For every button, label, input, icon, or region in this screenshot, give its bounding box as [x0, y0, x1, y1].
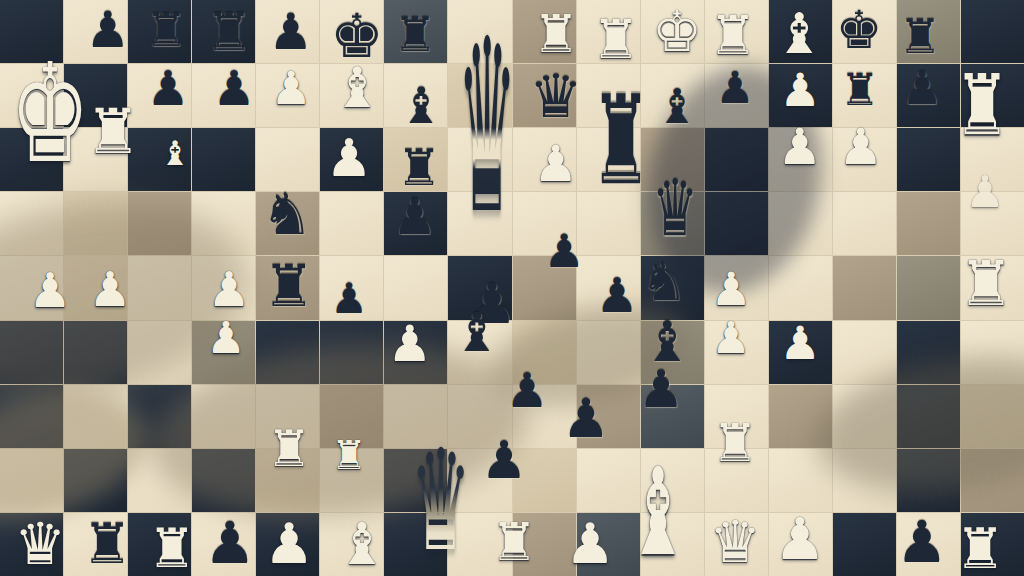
board-square[interactable] — [0, 321, 63, 384]
board-square[interactable] — [833, 385, 896, 448]
board-square[interactable] — [0, 449, 63, 512]
piece-white-bishop[interactable]: ♝ — [160, 136, 190, 170]
piece-white-queen[interactable]: ♛ — [709, 513, 761, 571]
piece-black-rook[interactable]: ♜ — [393, 10, 436, 58]
piece-white-rook[interactable]: ♜ — [592, 13, 640, 67]
board-square[interactable] — [833, 192, 896, 255]
piece-white-rook[interactable]: ♜ — [267, 424, 312, 474]
piece-white-pawn[interactable]: ♟ — [779, 67, 820, 113]
board-square[interactable] — [897, 256, 960, 319]
piece-large-black-rook[interactable]: ♜ — [591, 78, 652, 201]
board-square[interactable] — [128, 385, 191, 448]
piece-black-bishop[interactable]: ♝ — [655, 82, 698, 130]
piece-white-pawn[interactable]: ♟ — [264, 516, 314, 572]
piece-black-rook[interactable]: ♜ — [206, 6, 253, 58]
piece-black-queen[interactable]: ♛ — [529, 66, 583, 126]
piece-black-pawn[interactable]: ♟ — [481, 434, 528, 486]
board-square[interactable] — [192, 385, 255, 448]
piece-white-rook[interactable]: ♜ — [955, 521, 1005, 576]
board-square[interactable] — [833, 321, 896, 384]
board-square[interactable] — [577, 321, 640, 384]
board-square[interactable] — [897, 128, 960, 191]
piece-white-rook[interactable]: ♜ — [331, 435, 367, 475]
piece-black-queen[interactable]: ♛ — [652, 169, 698, 247]
board-square[interactable] — [192, 449, 255, 512]
piece-black-pawn[interactable]: ♟ — [638, 363, 685, 415]
board-square[interactable] — [833, 256, 896, 319]
piece-white-rook[interactable]: ♜ — [712, 417, 759, 469]
board-square[interactable] — [320, 321, 383, 384]
board-square[interactable] — [384, 256, 447, 319]
piece-white-pawn[interactable]: ♟ — [711, 316, 750, 360]
board-square[interactable] — [833, 449, 896, 512]
piece-white-queen[interactable]: ♛ — [14, 515, 66, 573]
piece-black-knight[interactable]: ♞ — [261, 185, 313, 243]
board-square[interactable] — [192, 128, 255, 191]
board-square[interactable] — [769, 385, 832, 448]
piece-white-rook[interactable]: ♜ — [85, 101, 141, 163]
piece-black-king[interactable]: ♚ — [836, 4, 883, 56]
piece-white-bishop[interactable]: ♝ — [332, 60, 382, 116]
board-square[interactable] — [128, 321, 191, 384]
piece-white-pawn[interactable]: ♟ — [774, 510, 826, 568]
piece-black-pawn[interactable]: ♟ — [715, 66, 754, 110]
piece-black-rook[interactable]: ♜ — [397, 143, 442, 193]
piece-white-rook[interactable]: ♜ — [148, 522, 196, 576]
board-square[interactable] — [128, 449, 191, 512]
board-square[interactable] — [961, 321, 1024, 384]
piece-black-pawn[interactable]: ♟ — [269, 7, 314, 57]
piece-black-rook[interactable]: ♜ — [898, 12, 941, 60]
board-square[interactable] — [256, 321, 319, 384]
board-square[interactable] — [961, 449, 1024, 512]
board-square[interactable] — [769, 256, 832, 319]
board-square[interactable] — [320, 192, 383, 255]
piece-white-pawn[interactable]: ♟ — [388, 319, 433, 369]
piece-black-pawn[interactable]: ♟ — [896, 513, 948, 571]
piece-white-bishop[interactable]: ♝ — [774, 6, 824, 62]
board-square[interactable] — [897, 385, 960, 448]
piece-black-pawn[interactable]: ♟ — [146, 64, 189, 112]
piece-white-pawn[interactable]: ♟ — [270, 65, 311, 111]
board-square[interactable] — [705, 192, 768, 255]
piece-white-pawn[interactable]: ♟ — [779, 320, 820, 366]
piece-white-pawn[interactable]: ♟ — [88, 265, 131, 313]
piece-white-pawn[interactable]: ♟ — [839, 122, 884, 172]
board-square[interactable] — [769, 449, 832, 512]
board-square[interactable] — [64, 321, 127, 384]
board-square[interactable] — [897, 192, 960, 255]
board-square[interactable] — [897, 321, 960, 384]
piece-large-white-king[interactable]: ♚ — [10, 47, 90, 184]
board-square[interactable] — [128, 256, 191, 319]
piece-black-pawn[interactable]: ♟ — [595, 271, 638, 319]
piece-black-rook[interactable]: ♜ — [840, 68, 879, 112]
board-square[interactable] — [833, 513, 896, 576]
piece-black-pawn[interactable]: ♟ — [212, 64, 255, 112]
piece-white-rook[interactable]: ♜ — [709, 9, 757, 63]
piece-tall-white-bishop[interactable]: ♝ — [626, 451, 691, 573]
piece-white-pawn[interactable]: ♟ — [710, 266, 751, 312]
piece-black-bishop[interactable]: ♝ — [453, 306, 501, 360]
piece-black-pawn[interactable]: ♟ — [330, 278, 368, 320]
piece-white-pawn[interactable]: ♟ — [28, 266, 71, 314]
piece-white-king[interactable]: ♚ — [652, 4, 702, 60]
piece-black-rook[interactable]: ♜ — [82, 516, 132, 572]
piece-white-pawn[interactable]: ♟ — [534, 139, 579, 189]
board-square[interactable] — [961, 385, 1024, 448]
board-square[interactable] — [705, 128, 768, 191]
board-square[interactable] — [64, 449, 127, 512]
piece-black-pawn[interactable]: ♟ — [86, 5, 131, 55]
piece-black-rook[interactable]: ♜ — [145, 7, 186, 53]
board-square[interactable] — [0, 385, 63, 448]
board-square[interactable] — [64, 192, 127, 255]
piece-white-cube-rook[interactable]: ♜ — [954, 64, 1010, 148]
piece-black-bishop[interactable]: ♝ — [399, 81, 444, 131]
piece-white-bishop[interactable]: ♝ — [336, 515, 388, 573]
piece-white-pawn[interactable]: ♟ — [326, 132, 373, 184]
piece-white-pawn[interactable]: ♟ — [207, 265, 250, 313]
piece-white-rook[interactable]: ♜ — [491, 516, 538, 568]
piece-black-pawn[interactable]: ♟ — [393, 192, 438, 242]
board-square[interactable] — [192, 192, 255, 255]
piece-black-pawn[interactable]: ♟ — [505, 366, 548, 414]
board-square[interactable] — [0, 192, 63, 255]
piece-black-pawn[interactable]: ♟ — [543, 228, 584, 274]
board-square[interactable] — [897, 449, 960, 512]
board-square[interactable] — [64, 385, 127, 448]
piece-giant-black-queen[interactable]: ♛ — [457, 8, 516, 248]
piece-gradient-queen[interactable]: ♛ — [411, 432, 472, 572]
piece-black-pawn[interactable]: ♟ — [562, 392, 610, 446]
piece-black-rook[interactable]: ♜ — [263, 257, 315, 315]
chess-illustration: ♟♜♜♟♚♜♛♜♜♚♜♝♚♜♚♟♟♟♝♝♛♜♝♟♟♜♟♜♜♝♟♜♟♟♟♞♟♛♟♟… — [0, 0, 1024, 576]
piece-white-pawn[interactable]: ♟ — [778, 122, 823, 172]
piece-white-rook[interactable]: ♜ — [533, 8, 580, 60]
piece-black-pawn[interactable]: ♟ — [901, 65, 942, 111]
piece-white-cup-rook[interactable]: ♜ — [958, 253, 1014, 315]
board-square[interactable] — [769, 192, 832, 255]
board-square[interactable] — [128, 192, 191, 255]
board-square[interactable] — [961, 0, 1024, 63]
piece-white-pawn[interactable]: ♟ — [206, 316, 245, 360]
piece-white-pawn[interactable]: ♟ — [565, 516, 615, 572]
piece-black-pawn[interactable]: ♟ — [204, 514, 256, 572]
piece-ghost-white-pawn[interactable]: ♟ — [965, 170, 1004, 214]
piece-black-knight[interactable]: ♞ — [641, 256, 688, 308]
